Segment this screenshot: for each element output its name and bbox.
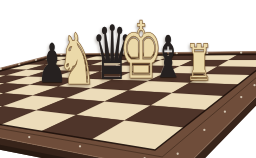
inlay-dot <box>203 129 205 131</box>
inlay-dot <box>28 136 30 138</box>
inlay-dot <box>253 84 255 86</box>
inlay-dot <box>240 96 242 98</box>
inlay-dot <box>79 145 81 147</box>
chess-board <box>0 0 256 158</box>
chessboard-product-photo: ♟♞♛♚♝♜ <box>0 0 256 158</box>
inlay-dot <box>177 153 179 155</box>
inlay-dot <box>224 110 226 112</box>
inlay-dot <box>240 52 242 54</box>
